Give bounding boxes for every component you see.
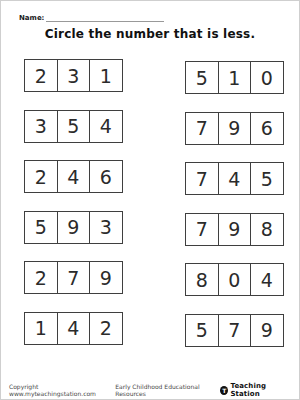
number-cell[interactable]: 3 bbox=[90, 212, 122, 243]
worksheet-page: Name: Circle the number that is less. 2 … bbox=[0, 0, 300, 400]
number-cell[interactable]: 9 bbox=[58, 212, 91, 243]
number-cell[interactable]: 9 bbox=[219, 113, 252, 144]
number-strip: 5 9 3 bbox=[24, 211, 123, 244]
number-strip: 1 4 2 bbox=[24, 312, 123, 345]
logo-circle-icon: T bbox=[220, 386, 228, 395]
number-cell[interactable]: 3 bbox=[25, 111, 58, 142]
number-cell[interactable]: 9 bbox=[251, 315, 283, 346]
footer: Copyright www.myteachingstation.com Earl… bbox=[1, 382, 299, 398]
name-label: Name: bbox=[19, 14, 44, 22]
number-cell[interactable]: 6 bbox=[251, 113, 283, 144]
number-strip: 2 3 1 bbox=[24, 59, 123, 92]
number-cell[interactable]: 5 bbox=[186, 62, 219, 93]
number-cell[interactable]: 8 bbox=[186, 264, 219, 295]
number-cell[interactable]: 1 bbox=[219, 62, 252, 93]
footer-tagline: Early Childhood Educational Resources bbox=[115, 383, 220, 397]
number-cell[interactable]: 1 bbox=[25, 313, 58, 344]
number-strip: 3 5 4 bbox=[24, 110, 123, 143]
number-cell[interactable]: 4 bbox=[219, 163, 252, 194]
number-cell[interactable]: 2 bbox=[90, 313, 122, 344]
number-cell[interactable]: 4 bbox=[251, 264, 283, 295]
number-cell[interactable]: 5 bbox=[251, 163, 283, 194]
number-cell[interactable]: 7 bbox=[186, 163, 219, 194]
number-strip: 2 4 6 bbox=[24, 160, 123, 193]
number-cell[interactable]: 9 bbox=[90, 262, 122, 293]
number-cell[interactable]: 4 bbox=[90, 111, 122, 142]
number-cell[interactable]: 0 bbox=[219, 264, 252, 295]
name-row: Name: bbox=[19, 12, 164, 22]
number-cell[interactable]: 1 bbox=[90, 60, 122, 91]
number-strip: 7 9 8 bbox=[185, 213, 284, 246]
number-cell[interactable]: 7 bbox=[58, 262, 91, 293]
number-cell[interactable]: 4 bbox=[58, 161, 91, 192]
number-cell[interactable]: 3 bbox=[58, 60, 91, 91]
teaching-station-logo: T Teaching Station bbox=[220, 382, 291, 398]
number-cell[interactable]: 4 bbox=[58, 313, 91, 344]
number-strip: 2 7 9 bbox=[24, 261, 123, 294]
number-cell[interactable]: 2 bbox=[25, 60, 58, 91]
number-strip: 7 4 5 bbox=[185, 162, 284, 195]
number-strip: 7 9 6 bbox=[185, 112, 284, 145]
number-strip: 5 1 0 bbox=[185, 61, 284, 94]
number-cell[interactable]: 6 bbox=[90, 161, 122, 192]
number-cell[interactable]: 5 bbox=[186, 315, 219, 346]
number-cell[interactable]: 2 bbox=[25, 161, 58, 192]
number-cell[interactable]: 7 bbox=[186, 214, 219, 245]
number-cell[interactable]: 7 bbox=[219, 315, 252, 346]
logo-text: Teaching Station bbox=[230, 382, 291, 398]
number-cell[interactable]: 8 bbox=[251, 214, 283, 245]
right-column: 5 1 0 7 9 6 7 4 5 7 9 8 8 0 4 5 7 9 bbox=[185, 61, 284, 347]
number-cell[interactable]: 5 bbox=[58, 111, 91, 142]
left-column: 2 3 1 3 5 4 2 4 6 5 9 3 2 7 9 1 4 2 bbox=[24, 59, 123, 345]
number-cell[interactable]: 7 bbox=[186, 113, 219, 144]
name-blank-line[interactable] bbox=[46, 12, 164, 22]
number-cell[interactable]: 0 bbox=[251, 62, 283, 93]
footer-copyright: Copyright www.myteachingstation.com bbox=[9, 383, 115, 397]
number-cell[interactable]: 5 bbox=[25, 212, 58, 243]
number-strip: 5 7 9 bbox=[185, 314, 284, 347]
number-strip: 8 0 4 bbox=[185, 263, 284, 296]
page-title: Circle the number that is less. bbox=[1, 27, 299, 41]
number-cell[interactable]: 9 bbox=[219, 214, 252, 245]
number-cell[interactable]: 2 bbox=[25, 262, 58, 293]
